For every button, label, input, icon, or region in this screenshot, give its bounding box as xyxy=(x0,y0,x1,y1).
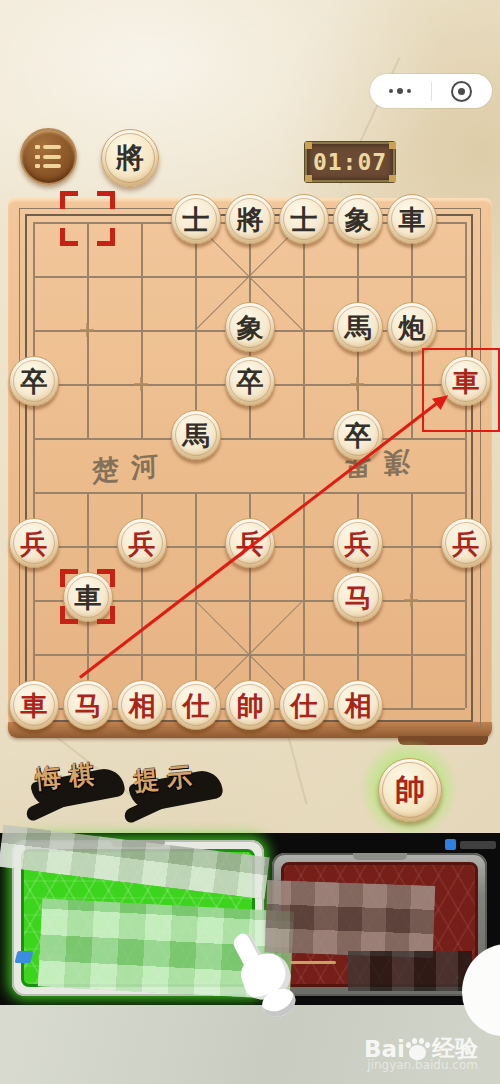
piece-glyph: 相 xyxy=(129,692,156,719)
piece-black-車[interactable]: 車 xyxy=(387,194,437,244)
piece-black-卒[interactable]: 卒 xyxy=(225,356,275,406)
piece-glyph: 相 xyxy=(345,692,372,719)
piece-red-車[interactable]: 車 xyxy=(9,680,59,730)
xiangqi-game-screen: 將 01:07 楚河 漢界 士將士象車象馬炮卒卒車馬卒兵兵兵兵兵車马車马相仕帥仕… xyxy=(0,0,500,1084)
censor-mosaic xyxy=(348,951,472,991)
highlight-box-annotation xyxy=(422,348,500,432)
piece-glyph: 車 xyxy=(21,692,48,719)
miniprogram-pill xyxy=(370,74,492,108)
river-label-left: 楚河 xyxy=(92,447,170,490)
point-marker xyxy=(80,323,94,337)
point-marker xyxy=(350,377,364,391)
piece-glyph: 卒 xyxy=(237,368,264,395)
piece-glyph: 象 xyxy=(237,314,264,341)
ellipsis-icon xyxy=(389,88,411,94)
menu-button[interactable] xyxy=(20,128,77,185)
more-button[interactable] xyxy=(370,74,431,108)
point-marker xyxy=(134,377,148,391)
watermark-icon xyxy=(15,951,34,963)
target-icon xyxy=(451,81,472,102)
piece-black-卒[interactable]: 卒 xyxy=(9,356,59,406)
red-general-avatar[interactable]: 帥 xyxy=(378,758,442,822)
watermark-text-blur xyxy=(460,841,496,849)
piece-glyph: 士 xyxy=(183,206,210,233)
hint-label: 提示 xyxy=(133,759,202,798)
piece-black-炮[interactable]: 炮 xyxy=(387,302,437,352)
last-move-marker xyxy=(60,569,115,624)
piece-glyph: 兵 xyxy=(21,530,48,557)
grid-line xyxy=(33,222,35,708)
piece-red-兵[interactable]: 兵 xyxy=(333,518,383,568)
piece-glyph: 帥 xyxy=(237,692,264,719)
capsule-close-button[interactable] xyxy=(432,74,493,108)
piece-glyph: 仕 xyxy=(183,692,210,719)
piece-glyph: 車 xyxy=(399,206,426,233)
piece-red-马[interactable]: 马 xyxy=(333,572,383,622)
piece-glyph: 士 xyxy=(291,206,318,233)
piece-glyph: 兵 xyxy=(345,530,372,557)
panel-notch xyxy=(353,853,407,860)
black-general-avatar[interactable]: 將 xyxy=(101,129,159,187)
point-marker xyxy=(404,593,418,607)
piece-glyph: 馬 xyxy=(345,314,372,341)
piece-black-士[interactable]: 士 xyxy=(279,194,329,244)
grid-line xyxy=(465,222,467,708)
timer-value: 01:07 xyxy=(313,149,387,175)
black-general-glyph: 將 xyxy=(116,139,144,177)
undo-label: 悔棋 xyxy=(35,757,104,796)
piece-red-兵[interactable]: 兵 xyxy=(117,518,167,568)
piece-glyph: 马 xyxy=(75,692,102,719)
hint-button[interactable]: 提示 xyxy=(126,754,230,816)
piece-glyph: 卒 xyxy=(21,368,48,395)
undo-button[interactable]: 悔棋 xyxy=(28,752,132,814)
piece-glyph: 將 xyxy=(237,206,264,233)
piece-glyph: 兵 xyxy=(453,530,480,557)
piece-glyph: 馬 xyxy=(183,422,210,449)
piece-red-兵[interactable]: 兵 xyxy=(9,518,59,568)
watermark-icon xyxy=(445,839,456,850)
piece-glyph: 炮 xyxy=(399,314,426,341)
piece-red-马[interactable]: 马 xyxy=(63,680,113,730)
piece-red-仕[interactable]: 仕 xyxy=(171,680,221,730)
piece-glyph: 仕 xyxy=(291,692,318,719)
grid-line xyxy=(33,438,465,440)
piece-red-帥[interactable]: 帥 xyxy=(225,680,275,730)
piece-red-兵[interactable]: 兵 xyxy=(441,518,491,568)
piece-black-士[interactable]: 士 xyxy=(171,194,221,244)
grid-line xyxy=(141,222,143,438)
piece-glyph: 象 xyxy=(345,206,372,233)
piece-black-馬[interactable]: 馬 xyxy=(171,410,221,460)
piece-red-相[interactable]: 相 xyxy=(333,680,383,730)
last-move-marker xyxy=(60,191,115,246)
piece-red-相[interactable]: 相 xyxy=(117,680,167,730)
piece-black-象[interactable]: 象 xyxy=(333,194,383,244)
piece-glyph: 卒 xyxy=(345,422,372,449)
piece-glyph: 马 xyxy=(345,584,372,611)
move-timer: 01:07 xyxy=(305,142,395,182)
red-general-glyph: 帥 xyxy=(395,770,425,811)
piece-black-將[interactable]: 將 xyxy=(225,194,275,244)
piece-black-象[interactable]: 象 xyxy=(225,302,275,352)
piece-glyph: 兵 xyxy=(129,530,156,557)
piece-black-馬[interactable]: 馬 xyxy=(333,302,383,352)
hand-cursor xyxy=(228,932,308,1024)
logo-url: jingyan.baidu.com xyxy=(367,1058,478,1072)
piece-red-仕[interactable]: 仕 xyxy=(279,680,329,730)
